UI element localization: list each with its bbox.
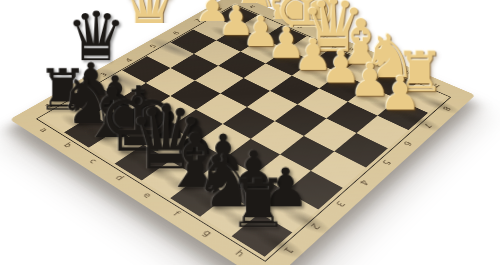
chessboard: abcdefgh abcdefgh 87654321 87654321 ♜♞♝♚… — [10, 0, 476, 265]
camel-pawn-glyph: ♟ — [349, 70, 451, 117]
black-rook-glyph: ♜ — [198, 170, 319, 238]
perspective-scene: abcdefgh abcdefgh 87654321 87654321 ♜♞♝♚… — [0, 0, 500, 265]
chess-set-photo: Product photo of a plastic chess set arr… — [0, 0, 500, 265]
